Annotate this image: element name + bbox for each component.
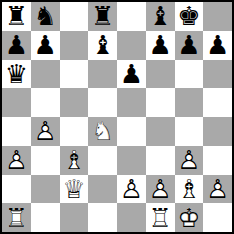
black-pawn[interactable]: ♟ [146, 31, 175, 60]
white-rook-outline: ♖ [146, 203, 175, 232]
white-bishop[interactable]: ♝♗ [60, 146, 89, 175]
square-g6[interactable] [175, 60, 204, 89]
square-d8[interactable]: ♜ [88, 2, 117, 31]
white-pawn-outline: ♙ [175, 146, 204, 175]
black-pawn[interactable]: ♟ [31, 31, 60, 60]
square-d5[interactable] [88, 88, 117, 117]
square-b7[interactable]: ♟ [31, 31, 60, 60]
square-a5[interactable] [2, 88, 31, 117]
black-bishop-glyph: ♝ [146, 2, 175, 31]
square-d3[interactable] [88, 146, 117, 175]
square-c5[interactable] [60, 88, 89, 117]
black-queen[interactable]: ♛ [2, 60, 31, 89]
square-h8[interactable] [203, 2, 232, 31]
square-a8[interactable]: ♜ [2, 2, 31, 31]
square-f8[interactable]: ♝ [146, 2, 175, 31]
square-a6[interactable]: ♛ [2, 60, 31, 89]
square-h1[interactable] [203, 203, 232, 232]
square-b4[interactable]: ♟♙ [31, 117, 60, 146]
square-e7[interactable] [117, 31, 146, 60]
black-knight[interactable]: ♞ [31, 2, 60, 31]
square-b2[interactable] [31, 175, 60, 204]
white-pawn-outline: ♙ [146, 175, 175, 204]
white-pawn-outline: ♙ [2, 146, 31, 175]
black-bishop-glyph: ♝ [88, 31, 117, 60]
square-c3[interactable]: ♝♗ [60, 146, 89, 175]
square-f6[interactable] [146, 60, 175, 89]
square-c8[interactable] [60, 2, 89, 31]
white-king[interactable]: ♚♔ [175, 203, 204, 232]
black-pawn-glyph: ♟ [146, 31, 175, 60]
white-bishop-outline: ♗ [60, 146, 89, 175]
white-pawn-outline: ♙ [203, 175, 232, 204]
square-c1[interactable] [60, 203, 89, 232]
square-f3[interactable] [146, 146, 175, 175]
black-queen-glyph: ♛ [2, 60, 31, 89]
black-king-glyph: ♚ [175, 2, 204, 31]
square-c2[interactable]: ♛♕ [60, 175, 89, 204]
square-c4[interactable] [60, 117, 89, 146]
white-king-outline: ♔ [175, 203, 204, 232]
white-pawn-outline: ♙ [117, 175, 146, 204]
square-h6[interactable] [203, 60, 232, 89]
square-g2[interactable]: ♝♗ [175, 175, 204, 204]
white-knight-outline: ♘ [88, 117, 117, 146]
square-b5[interactable] [31, 88, 60, 117]
black-knight-glyph: ♞ [31, 2, 60, 31]
black-rook-glyph: ♜ [2, 2, 31, 31]
white-pawn[interactable]: ♟♙ [2, 146, 31, 175]
square-e5[interactable] [117, 88, 146, 117]
white-bishop[interactable]: ♝♗ [175, 175, 204, 204]
square-a3[interactable]: ♟♙ [2, 146, 31, 175]
black-pawn[interactable]: ♟ [2, 31, 31, 60]
black-bishop[interactable]: ♝ [88, 31, 117, 60]
black-rook[interactable]: ♜ [88, 2, 117, 31]
square-d4[interactable]: ♞♘ [88, 117, 117, 146]
square-c6[interactable] [60, 60, 89, 89]
square-e1[interactable] [117, 203, 146, 232]
square-e4[interactable] [117, 117, 146, 146]
square-g4[interactable] [175, 117, 204, 146]
black-pawn-glyph: ♟ [117, 60, 146, 89]
black-bishop[interactable]: ♝ [146, 2, 175, 31]
black-pawn-glyph: ♟ [31, 31, 60, 60]
square-d1[interactable] [88, 203, 117, 232]
white-pawn[interactable]: ♟♙ [117, 175, 146, 204]
square-e8[interactable] [117, 2, 146, 31]
black-rook[interactable]: ♜ [2, 2, 31, 31]
square-f4[interactable] [146, 117, 175, 146]
square-f7[interactable]: ♟ [146, 31, 175, 60]
white-pawn[interactable]: ♟♙ [203, 175, 232, 204]
square-d7[interactable]: ♝ [88, 31, 117, 60]
white-bishop-outline: ♗ [175, 175, 204, 204]
square-h5[interactable] [203, 88, 232, 117]
square-a7[interactable]: ♟ [2, 31, 31, 60]
white-pawn[interactable]: ♟♙ [146, 175, 175, 204]
square-a1[interactable]: ♜♖ [2, 203, 31, 232]
square-b1[interactable] [31, 203, 60, 232]
black-pawn-glyph: ♟ [2, 31, 31, 60]
white-rook[interactable]: ♜♖ [2, 203, 31, 232]
black-pawn[interactable]: ♟ [175, 31, 204, 60]
square-h3[interactable] [203, 146, 232, 175]
square-b3[interactable] [31, 146, 60, 175]
white-pawn-outline: ♙ [31, 117, 60, 146]
square-g5[interactable] [175, 88, 204, 117]
square-g3[interactable]: ♟♙ [175, 146, 204, 175]
white-pawn[interactable]: ♟♙ [175, 146, 204, 175]
white-queen-outline: ♕ [60, 175, 89, 204]
square-g1[interactable]: ♚♔ [175, 203, 204, 232]
square-b8[interactable]: ♞ [31, 2, 60, 31]
square-h2[interactable]: ♟♙ [203, 175, 232, 204]
square-h4[interactable] [203, 117, 232, 146]
black-rook-glyph: ♜ [88, 2, 117, 31]
square-d2[interactable] [88, 175, 117, 204]
black-king[interactable]: ♚ [175, 2, 204, 31]
square-f1[interactable]: ♜♖ [146, 203, 175, 232]
white-rook[interactable]: ♜♖ [146, 203, 175, 232]
white-knight[interactable]: ♞♘ [88, 117, 117, 146]
black-pawn-glyph: ♟ [203, 31, 232, 60]
black-pawn-glyph: ♟ [175, 31, 204, 60]
square-b6[interactable] [31, 60, 60, 89]
black-pawn[interactable]: ♟ [117, 60, 146, 89]
square-d6[interactable] [88, 60, 117, 89]
chess-board: ♜♞♜♝♚♟♟♝♟♟♟♛♟♟♙♞♘♟♙♝♗♟♙♛♕♟♙♟♙♝♗♟♙♜♖♜♖♚♔ [0, 0, 234, 234]
white-queen[interactable]: ♛♕ [60, 175, 89, 204]
square-e3[interactable] [117, 146, 146, 175]
white-pawn[interactable]: ♟♙ [31, 117, 60, 146]
square-a4[interactable] [2, 117, 31, 146]
white-rook-outline: ♖ [2, 203, 31, 232]
square-f2[interactable]: ♟♙ [146, 175, 175, 204]
square-c7[interactable] [60, 31, 89, 60]
square-f5[interactable] [146, 88, 175, 117]
square-e2[interactable]: ♟♙ [117, 175, 146, 204]
square-g7[interactable]: ♟ [175, 31, 204, 60]
square-h7[interactable]: ♟ [203, 31, 232, 60]
black-pawn[interactable]: ♟ [203, 31, 232, 60]
square-a2[interactable] [2, 175, 31, 204]
square-e6[interactable]: ♟ [117, 60, 146, 89]
square-g8[interactable]: ♚ [175, 2, 204, 31]
